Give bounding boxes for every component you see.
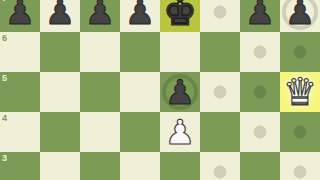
move-hint-dot[interactable] — [294, 46, 307, 59]
black-pawn-piece[interactable]: ♟ — [240, 0, 280, 32]
square-b5[interactable] — [40, 72, 80, 112]
square-f5[interactable] — [200, 72, 240, 112]
square-g5[interactable] — [240, 72, 280, 112]
square-c6[interactable] — [80, 32, 120, 72]
square-d6[interactable] — [120, 32, 160, 72]
square-d5[interactable] — [120, 72, 160, 112]
square-d4[interactable] — [120, 112, 160, 152]
white-pawn-piece[interactable]: ♟ — [160, 112, 200, 152]
square-c5[interactable] — [80, 72, 120, 112]
square-e6[interactable] — [160, 32, 200, 72]
move-hint-dot[interactable] — [294, 126, 307, 139]
square-h5[interactable]: ♛ — [280, 72, 320, 112]
square-a5[interactable]: 5 — [0, 72, 40, 112]
square-b4[interactable] — [40, 112, 80, 152]
chess-board-viewport: 7♟♟♟♟♚♟♟65♟♛4♟3 — [0, 0, 320, 180]
square-a7[interactable]: 7♟ — [0, 0, 40, 32]
square-c7[interactable]: ♟ — [80, 0, 120, 32]
square-f6[interactable] — [200, 32, 240, 72]
square-a4[interactable]: 4 — [0, 112, 40, 152]
square-f3[interactable] — [200, 152, 240, 180]
black-pawn-piece[interactable]: ♟ — [40, 0, 80, 32]
square-g7[interactable]: ♟ — [240, 0, 280, 32]
square-f4[interactable] — [200, 112, 240, 152]
square-a3[interactable]: 3 — [0, 152, 40, 180]
black-pawn-piece[interactable]: ♟ — [80, 0, 120, 32]
square-c4[interactable] — [80, 112, 120, 152]
square-b6[interactable] — [40, 32, 80, 72]
square-e7[interactable]: ♚ — [160, 0, 200, 32]
rank-label-6: 6 — [2, 33, 7, 43]
square-h4[interactable] — [280, 112, 320, 152]
move-hint-dot[interactable] — [254, 86, 267, 99]
rank-label-4: 4 — [2, 113, 7, 123]
black-king-piece[interactable]: ♚ — [160, 0, 200, 32]
move-hint-dot[interactable] — [214, 6, 227, 19]
move-hint-dot[interactable] — [254, 46, 267, 59]
rank-label-3: 3 — [2, 153, 7, 163]
chess-board: 7♟♟♟♟♚♟♟65♟♛4♟3 — [0, 0, 320, 180]
square-d7[interactable]: ♟ — [120, 0, 160, 32]
square-e4[interactable]: ♟ — [160, 112, 200, 152]
square-b3[interactable] — [40, 152, 80, 180]
black-pawn-piece[interactable]: ♟ — [120, 0, 160, 32]
square-e5[interactable]: ♟ — [160, 72, 200, 112]
white-queen-piece[interactable]: ♛ — [280, 72, 320, 112]
square-a6[interactable]: 6 — [0, 32, 40, 72]
square-h3[interactable] — [280, 152, 320, 180]
square-h7[interactable]: ♟ — [280, 0, 320, 32]
square-d3[interactable] — [120, 152, 160, 180]
move-hint-dot[interactable] — [254, 126, 267, 139]
square-h6[interactable] — [280, 32, 320, 72]
move-hint-dot[interactable] — [294, 166, 307, 179]
square-f7[interactable] — [200, 0, 240, 32]
black-pawn-piece[interactable]: ♟ — [280, 0, 320, 32]
square-e3[interactable] — [160, 152, 200, 180]
move-hint-dot[interactable] — [214, 86, 227, 99]
black-pawn-piece[interactable]: ♟ — [0, 0, 40, 32]
square-g4[interactable] — [240, 112, 280, 152]
move-hint-dot[interactable] — [214, 166, 227, 179]
square-b7[interactable]: ♟ — [40, 0, 80, 32]
black-pawn-piece[interactable]: ♟ — [160, 72, 200, 112]
square-c3[interactable] — [80, 152, 120, 180]
rank-label-5: 5 — [2, 73, 7, 83]
square-g6[interactable] — [240, 32, 280, 72]
square-g3[interactable] — [240, 152, 280, 180]
